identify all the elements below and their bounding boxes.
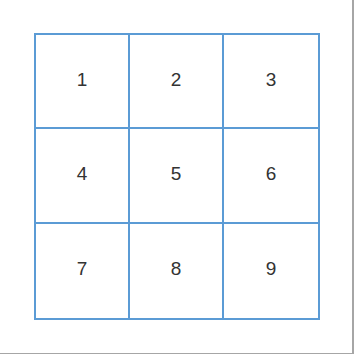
cell-number: 5 [171, 164, 182, 183]
cell-number: 3 [266, 70, 277, 89]
cell-number: 6 [266, 164, 277, 183]
number-grid-board: 1 2 3 4 5 6 7 8 9 [34, 33, 320, 320]
grid-cell-r3c2[interactable]: 8 [130, 224, 224, 318]
cell-number: 9 [266, 259, 277, 278]
page-edge-bottom-line [0, 353, 354, 354]
cell-number: 8 [171, 259, 182, 278]
grid-cell-r3c3[interactable]: 9 [224, 224, 318, 318]
page-edge-right-line [352, 0, 354, 354]
cell-number: 1 [77, 70, 88, 89]
page: 1 2 3 4 5 6 7 8 9 [0, 0, 357, 356]
grid-cell-r2c3[interactable]: 6 [224, 129, 318, 223]
grid-cell-r1c2[interactable]: 2 [130, 35, 224, 129]
cell-number: 4 [77, 164, 88, 183]
cell-number: 7 [77, 259, 88, 278]
grid-cell-r2c1[interactable]: 4 [36, 129, 130, 223]
grid-cell-r2c2[interactable]: 5 [130, 129, 224, 223]
grid-cell-r1c1[interactable]: 1 [36, 35, 130, 129]
cell-number: 2 [171, 70, 182, 89]
grid-cell-r1c3[interactable]: 3 [224, 35, 318, 129]
grid-cell-r3c1[interactable]: 7 [36, 224, 130, 318]
